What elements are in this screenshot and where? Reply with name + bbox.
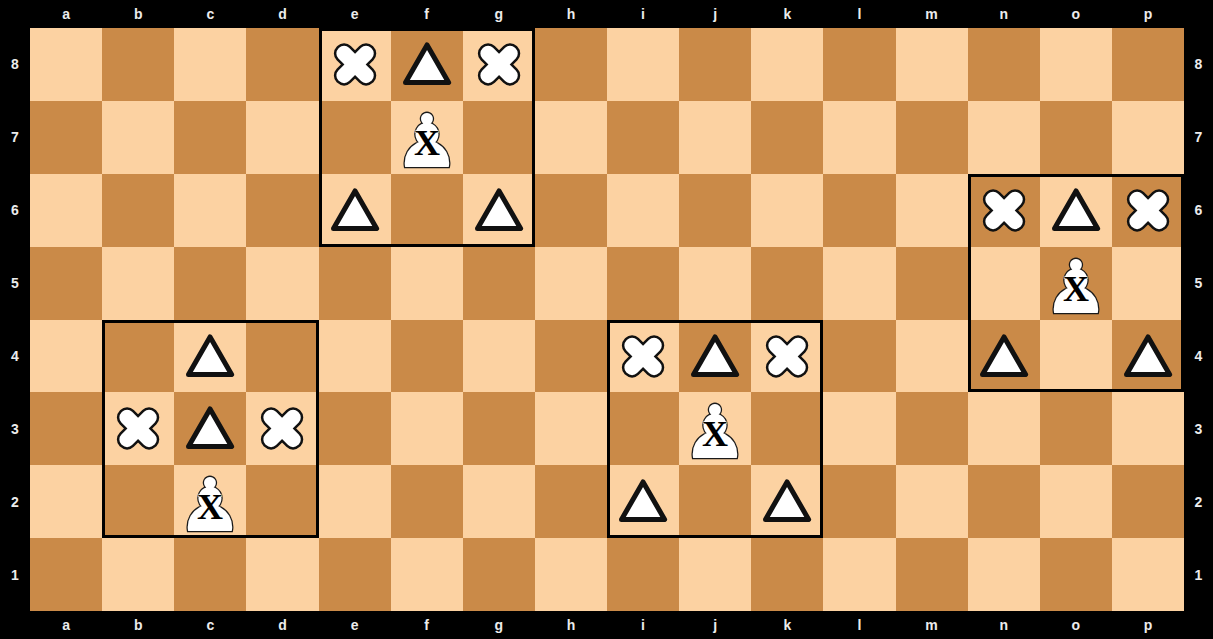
file-label-top-f: f — [391, 0, 463, 28]
square-e4[interactable] — [319, 320, 391, 393]
square-g7[interactable] — [463, 101, 535, 174]
pawn-overlay-label: X — [702, 415, 728, 455]
rank-label-right-2: 2 — [1184, 465, 1213, 538]
square-l6[interactable] — [823, 174, 895, 247]
square-o6[interactable] — [1040, 174, 1112, 247]
square-e6[interactable] — [319, 174, 391, 247]
cross-mark-icon — [1112, 174, 1184, 247]
square-c4[interactable] — [174, 320, 246, 393]
square-e7[interactable] — [319, 101, 391, 174]
cross-mark-icon — [319, 28, 391, 101]
white-pawn: ♟ X — [1040, 247, 1112, 320]
file-label-bottom-c: c — [174, 611, 246, 639]
square-m4[interactable] — [896, 320, 968, 393]
square-f7[interactable]: ♟ X — [391, 101, 463, 174]
rank-label-right-8: 8 — [1184, 28, 1213, 101]
square-f2[interactable] — [391, 465, 463, 538]
square-k5[interactable] — [751, 247, 823, 320]
square-c2[interactable]: ♟ X — [174, 465, 246, 538]
file-label-top-b: b — [102, 0, 174, 28]
square-j6[interactable] — [679, 174, 751, 247]
square-l2[interactable] — [823, 465, 895, 538]
square-k1[interactable] — [751, 538, 823, 611]
square-j7[interactable] — [679, 101, 751, 174]
square-n3[interactable] — [968, 392, 1040, 465]
cross-mark-icon — [102, 392, 174, 465]
square-g6[interactable] — [463, 174, 535, 247]
file-label-bottom-i: i — [607, 611, 679, 639]
square-c1[interactable] — [174, 538, 246, 611]
square-o7[interactable] — [1040, 101, 1112, 174]
square-e8[interactable] — [319, 28, 391, 101]
square-k2[interactable] — [751, 465, 823, 538]
square-m3[interactable] — [896, 392, 968, 465]
square-m8[interactable] — [896, 28, 968, 101]
square-b4[interactable] — [102, 320, 174, 393]
square-f4[interactable] — [391, 320, 463, 393]
triangle-mark-icon — [391, 28, 463, 101]
square-j3[interactable]: ♟ X — [679, 392, 751, 465]
square-b7[interactable] — [102, 101, 174, 174]
square-p5[interactable] — [1112, 247, 1184, 320]
square-l7[interactable] — [823, 101, 895, 174]
square-a4[interactable] — [30, 320, 102, 393]
square-n1[interactable] — [968, 538, 1040, 611]
file-label-bottom-k: k — [751, 611, 823, 639]
square-c7[interactable] — [174, 101, 246, 174]
file-label-bottom-d: d — [246, 611, 318, 639]
file-label-top-m: m — [896, 0, 968, 28]
square-f8[interactable] — [391, 28, 463, 101]
square-k3[interactable] — [751, 392, 823, 465]
square-n6[interactable] — [968, 174, 1040, 247]
square-i1[interactable] — [607, 538, 679, 611]
triangle-mark-icon — [607, 465, 679, 538]
square-b1[interactable] — [102, 538, 174, 611]
square-b6[interactable] — [102, 174, 174, 247]
triangle-mark-icon — [319, 174, 391, 247]
square-i7[interactable] — [607, 101, 679, 174]
rank-label-right-6: 6 — [1184, 174, 1213, 247]
square-o8[interactable] — [1040, 28, 1112, 101]
square-m2[interactable] — [896, 465, 968, 538]
square-b3[interactable] — [102, 392, 174, 465]
file-label-top-i: i — [607, 0, 679, 28]
pawn-overlay-label: X — [197, 488, 223, 528]
white-pawn: ♟ X — [679, 392, 751, 465]
square-c3[interactable] — [174, 392, 246, 465]
square-d2[interactable] — [246, 465, 318, 538]
rank-label-left-3: 3 — [0, 392, 30, 465]
file-label-top-o: o — [1040, 0, 1112, 28]
square-o1[interactable] — [1040, 538, 1112, 611]
file-label-bottom-n: n — [968, 611, 1040, 639]
square-g1[interactable] — [463, 538, 535, 611]
square-a1[interactable] — [30, 538, 102, 611]
square-d6[interactable] — [246, 174, 318, 247]
square-p3[interactable] — [1112, 392, 1184, 465]
triangle-mark-icon — [1112, 320, 1184, 393]
square-m7[interactable] — [896, 101, 968, 174]
file-label-bottom-g: g — [463, 611, 535, 639]
file-label-bottom-f: f — [391, 611, 463, 639]
file-label-bottom-p: p — [1112, 611, 1184, 639]
square-a6[interactable] — [30, 174, 102, 247]
cross-mark-icon — [607, 320, 679, 393]
square-e2[interactable] — [319, 465, 391, 538]
pawn-overlay-label: X — [1063, 269, 1089, 309]
file-label-top-n: n — [968, 0, 1040, 28]
file-label-bottom-o: o — [1040, 611, 1112, 639]
square-d7[interactable] — [246, 101, 318, 174]
square-h4[interactable] — [535, 320, 607, 393]
square-l3[interactable] — [823, 392, 895, 465]
square-j2[interactable] — [679, 465, 751, 538]
square-m5[interactable] — [896, 247, 968, 320]
file-label-bottom-m: m — [896, 611, 968, 639]
square-j8[interactable] — [679, 28, 751, 101]
file-label-top-h: h — [535, 0, 607, 28]
square-i4[interactable] — [607, 320, 679, 393]
square-l5[interactable] — [823, 247, 895, 320]
square-e3[interactable] — [319, 392, 391, 465]
rank-label-left-2: 2 — [0, 465, 30, 538]
square-d4[interactable] — [246, 320, 318, 393]
square-g5[interactable] — [463, 247, 535, 320]
square-h1[interactable] — [535, 538, 607, 611]
cross-mark-icon — [463, 28, 535, 101]
square-g2[interactable] — [463, 465, 535, 538]
square-i6[interactable] — [607, 174, 679, 247]
square-h6[interactable] — [535, 174, 607, 247]
rank-label-right-7: 7 — [1184, 101, 1213, 174]
square-d8[interactable] — [246, 28, 318, 101]
square-o4[interactable] — [1040, 320, 1112, 393]
square-i5[interactable] — [607, 247, 679, 320]
square-c8[interactable] — [174, 28, 246, 101]
rank-label-left-6: 6 — [0, 174, 30, 247]
square-f3[interactable] — [391, 392, 463, 465]
square-i2[interactable] — [607, 465, 679, 538]
rank-label-left-8: 8 — [0, 28, 30, 101]
rank-label-left-7: 7 — [0, 101, 30, 174]
square-k8[interactable] — [751, 28, 823, 101]
square-l1[interactable] — [823, 538, 895, 611]
square-k7[interactable] — [751, 101, 823, 174]
file-label-top-a: a — [30, 0, 102, 28]
square-n5[interactable] — [968, 247, 1040, 320]
square-g8[interactable] — [463, 28, 535, 101]
square-d1[interactable] — [246, 538, 318, 611]
file-label-top-e: e — [319, 0, 391, 28]
file-label-bottom-e: e — [319, 611, 391, 639]
rank-label-left-5: 5 — [0, 247, 30, 320]
square-a5[interactable] — [30, 247, 102, 320]
file-label-bottom-l: l — [823, 611, 895, 639]
square-a3[interactable] — [30, 392, 102, 465]
square-f5[interactable] — [391, 247, 463, 320]
file-label-top-k: k — [751, 0, 823, 28]
rank-label-right-4: 4 — [1184, 320, 1213, 393]
square-j1[interactable] — [679, 538, 751, 611]
square-n2[interactable] — [968, 465, 1040, 538]
square-h5[interactable] — [535, 247, 607, 320]
file-label-top-l: l — [823, 0, 895, 28]
square-b8[interactable] — [102, 28, 174, 101]
file-label-bottom-h: h — [535, 611, 607, 639]
square-j5[interactable] — [679, 247, 751, 320]
square-b2[interactable] — [102, 465, 174, 538]
square-p2[interactable] — [1112, 465, 1184, 538]
file-label-top-j: j — [679, 0, 751, 28]
square-k4[interactable] — [751, 320, 823, 393]
square-m1[interactable] — [896, 538, 968, 611]
file-label-bottom-j: j — [679, 611, 751, 639]
square-a8[interactable] — [30, 28, 102, 101]
cross-mark-icon — [246, 392, 318, 465]
square-c5[interactable] — [174, 247, 246, 320]
chess-board: ♟ X ♟ X — [30, 28, 1184, 611]
square-e5[interactable] — [319, 247, 391, 320]
square-i8[interactable] — [607, 28, 679, 101]
square-d5[interactable] — [246, 247, 318, 320]
file-label-top-c: c — [174, 0, 246, 28]
triangle-mark-icon — [679, 320, 751, 393]
file-label-bottom-a: a — [30, 611, 102, 639]
square-h2[interactable] — [535, 465, 607, 538]
rank-label-left-4: 4 — [0, 320, 30, 393]
square-a2[interactable] — [30, 465, 102, 538]
square-m6[interactable] — [896, 174, 968, 247]
square-l8[interactable] — [823, 28, 895, 101]
square-o3[interactable] — [1040, 392, 1112, 465]
rank-label-right-1: 1 — [1184, 538, 1213, 611]
triangle-mark-icon — [174, 320, 246, 393]
triangle-mark-icon — [1040, 174, 1112, 247]
square-o2[interactable] — [1040, 465, 1112, 538]
square-p6[interactable] — [1112, 174, 1184, 247]
square-h7[interactable] — [535, 101, 607, 174]
square-i3[interactable] — [607, 392, 679, 465]
square-p1[interactable] — [1112, 538, 1184, 611]
cross-mark-icon — [751, 320, 823, 393]
white-pawn: ♟ X — [391, 101, 463, 174]
square-b5[interactable] — [102, 247, 174, 320]
pawn-diagram-stage: ♟ X ♟ X — [0, 0, 1213, 639]
square-g4[interactable] — [463, 320, 535, 393]
square-k6[interactable] — [751, 174, 823, 247]
triangle-mark-icon — [174, 392, 246, 465]
square-n8[interactable] — [968, 28, 1040, 101]
square-o5[interactable]: ♟ X — [1040, 247, 1112, 320]
square-h3[interactable] — [535, 392, 607, 465]
square-l4[interactable] — [823, 320, 895, 393]
triangle-mark-icon — [968, 320, 1040, 393]
square-g3[interactable] — [463, 392, 535, 465]
square-e1[interactable] — [319, 538, 391, 611]
square-f6[interactable] — [391, 174, 463, 247]
white-pawn: ♟ X — [174, 465, 246, 538]
file-label-top-g: g — [463, 0, 535, 28]
rank-label-left-1: 1 — [0, 538, 30, 611]
rank-label-right-3: 3 — [1184, 392, 1213, 465]
cross-mark-icon — [968, 174, 1040, 247]
triangle-mark-icon — [751, 465, 823, 538]
rank-label-right-5: 5 — [1184, 247, 1213, 320]
pawn-overlay-label: X — [414, 123, 440, 163]
square-c6[interactable] — [174, 174, 246, 247]
square-h8[interactable] — [535, 28, 607, 101]
file-label-top-p: p — [1112, 0, 1184, 28]
file-label-bottom-b: b — [102, 611, 174, 639]
square-j4[interactable] — [679, 320, 751, 393]
square-p7[interactable] — [1112, 101, 1184, 174]
file-label-top-d: d — [246, 0, 318, 28]
square-f1[interactable] — [391, 538, 463, 611]
square-n7[interactable] — [968, 101, 1040, 174]
triangle-mark-icon — [463, 174, 535, 247]
square-d3[interactable] — [246, 392, 318, 465]
square-p4[interactable] — [1112, 320, 1184, 393]
square-a7[interactable] — [30, 101, 102, 174]
square-n4[interactable] — [968, 320, 1040, 393]
square-p8[interactable] — [1112, 28, 1184, 101]
